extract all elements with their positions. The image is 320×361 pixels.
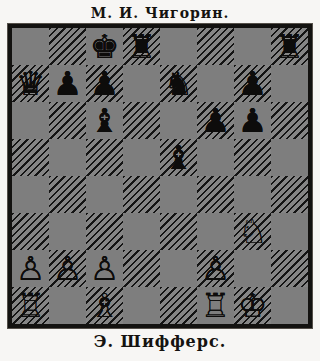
square-c7: ♟	[86, 65, 123, 102]
square-c8: ♚	[86, 28, 123, 65]
black-pawn-f6: ♟	[201, 102, 231, 139]
chess-board: ♚♜♜♛♟♟♞♟♝♟♟♝♘♙♙♙♙♖♗♖♔	[12, 28, 308, 324]
square-e6	[160, 102, 197, 139]
square-h3	[271, 213, 308, 250]
square-f2: ♙	[197, 250, 234, 287]
square-c5	[86, 139, 123, 176]
square-e3	[160, 213, 197, 250]
square-c2: ♙	[86, 250, 123, 287]
square-a5	[12, 139, 49, 176]
white-rook-a1: ♖	[16, 287, 46, 324]
square-b1	[49, 287, 86, 324]
black-pawn-g7: ♟	[238, 65, 268, 102]
square-d1	[123, 287, 160, 324]
square-e8	[160, 28, 197, 65]
black-king-c8: ♚	[90, 28, 120, 65]
player-name-top: М. И. Чигорин.	[91, 2, 230, 24]
square-g7: ♟	[234, 65, 271, 102]
white-pawn-c2: ♙	[90, 250, 120, 287]
square-b4	[49, 176, 86, 213]
square-a6	[12, 102, 49, 139]
black-knight-e7: ♞	[164, 65, 194, 102]
square-e4	[160, 176, 197, 213]
square-f5	[197, 139, 234, 176]
square-g8	[234, 28, 271, 65]
square-f1: ♖	[197, 287, 234, 324]
square-e7: ♞	[160, 65, 197, 102]
chess-diagram-page: М. И. Чигорин. ♚♜♜♛♟♟♞♟♝♟♟♝♘♙♙♙♙♖♗♖♔ Э. …	[0, 0, 320, 361]
square-h7	[271, 65, 308, 102]
black-bishop-e5: ♝	[164, 139, 194, 176]
square-a1: ♖	[12, 287, 49, 324]
white-bishop-c1: ♗	[90, 287, 120, 324]
black-pawn-c7: ♟	[90, 65, 120, 102]
square-a7: ♛	[12, 65, 49, 102]
player-name-bottom: Э. Шифферс.	[94, 331, 227, 353]
square-h6	[271, 102, 308, 139]
square-g1: ♔	[234, 287, 271, 324]
square-d6	[123, 102, 160, 139]
square-f8	[197, 28, 234, 65]
board-frame: ♚♜♜♛♟♟♞♟♝♟♟♝♘♙♙♙♙♖♗♖♔	[8, 24, 312, 328]
square-d5	[123, 139, 160, 176]
square-g6: ♟	[234, 102, 271, 139]
square-h2	[271, 250, 308, 287]
black-pawn-g6: ♟	[238, 102, 268, 139]
black-bishop-c6: ♝	[90, 102, 120, 139]
square-h4	[271, 176, 308, 213]
square-a2: ♙	[12, 250, 49, 287]
square-f3	[197, 213, 234, 250]
white-pawn-b2: ♙	[53, 250, 83, 287]
white-knight-g3: ♘	[238, 213, 268, 250]
square-c1: ♗	[86, 287, 123, 324]
square-a3	[12, 213, 49, 250]
square-d7	[123, 65, 160, 102]
square-f6: ♟	[197, 102, 234, 139]
black-rook-d8: ♜	[127, 28, 157, 65]
square-e1	[160, 287, 197, 324]
white-king-g1: ♔	[238, 287, 268, 324]
square-c6: ♝	[86, 102, 123, 139]
square-h8: ♜	[271, 28, 308, 65]
black-pawn-b7: ♟	[53, 65, 83, 102]
square-e5: ♝	[160, 139, 197, 176]
white-pawn-f2: ♙	[201, 250, 231, 287]
square-b2: ♙	[49, 250, 86, 287]
square-g4	[234, 176, 271, 213]
square-a8	[12, 28, 49, 65]
square-f4	[197, 176, 234, 213]
square-b8	[49, 28, 86, 65]
square-d2	[123, 250, 160, 287]
square-a4	[12, 176, 49, 213]
square-g3: ♘	[234, 213, 271, 250]
square-g2	[234, 250, 271, 287]
square-c4	[86, 176, 123, 213]
square-g5	[234, 139, 271, 176]
square-h5	[271, 139, 308, 176]
square-b7: ♟	[49, 65, 86, 102]
square-d3	[123, 213, 160, 250]
square-f7	[197, 65, 234, 102]
black-queen-a7: ♛	[16, 65, 46, 102]
square-d4	[123, 176, 160, 213]
square-d8: ♜	[123, 28, 160, 65]
square-b6	[49, 102, 86, 139]
white-rook-f1: ♖	[201, 287, 231, 324]
white-pawn-a2: ♙	[16, 250, 46, 287]
square-e2	[160, 250, 197, 287]
square-b5	[49, 139, 86, 176]
black-rook-h8: ♜	[275, 28, 305, 65]
square-b3	[49, 213, 86, 250]
square-c3	[86, 213, 123, 250]
square-h1	[271, 287, 308, 324]
